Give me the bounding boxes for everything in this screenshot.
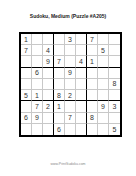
cell-r7c9: 3: [109, 101, 120, 112]
cell-r8c9: [109, 113, 120, 124]
cell-r7c2: 7: [32, 101, 43, 112]
cell-r1c1: 1: [21, 34, 32, 45]
cell-r9c1: [21, 124, 32, 135]
cell-r7c3: 2: [43, 101, 54, 112]
cell-r5c7: [87, 79, 98, 90]
cell-r8c6: [76, 113, 87, 124]
cell-r7c1: [21, 101, 32, 112]
cell-r9c5: [65, 124, 76, 135]
cell-r7c6: [76, 101, 87, 112]
cell-r4c2: 6: [32, 68, 43, 79]
cell-r7c8: 9: [98, 101, 109, 112]
cell-r3c8: [98, 56, 109, 67]
cell-r3c2: [32, 56, 43, 67]
cell-r3c7: 1: [87, 56, 98, 67]
cell-r3c4: 7: [54, 56, 65, 67]
cell-r5c9: 8: [109, 79, 120, 90]
cell-r1c6: [76, 34, 87, 45]
cell-r9c8: [98, 124, 109, 135]
cell-r3c1: [21, 56, 32, 67]
cell-r8c7: 8: [87, 113, 98, 124]
cell-r2c8: 5: [98, 45, 109, 56]
cell-r5c8: [98, 79, 109, 90]
cell-r5c2: [32, 79, 43, 90]
cell-r9c6: [76, 124, 87, 135]
cell-r2c9: [109, 45, 120, 56]
cell-r6c9: [109, 90, 120, 101]
cell-r1c4: [54, 34, 65, 45]
cell-r7c4: 1: [54, 101, 65, 112]
cell-r5c6: [76, 79, 87, 90]
cell-r3c6: 4: [76, 56, 87, 67]
cell-r8c3: [43, 113, 54, 124]
cell-r6c6: [76, 90, 87, 101]
cell-r6c1: 5: [21, 90, 32, 101]
cell-r2c7: [87, 45, 98, 56]
cell-r5c4: [54, 79, 65, 90]
cell-r2c2: [32, 45, 43, 56]
cell-r7c5: [65, 101, 76, 112]
cell-r1c5: 3: [65, 34, 76, 45]
cell-r4c1: [21, 68, 32, 79]
cell-r6c5: 2: [65, 90, 76, 101]
cell-r2c5: [65, 45, 76, 56]
cell-r9c7: [87, 124, 98, 135]
cell-r2c6: [76, 45, 87, 56]
cell-r3c3: 9: [43, 56, 54, 67]
sudoku-board: 1377459741698518272193697865: [19, 32, 122, 137]
cell-r5c1: [21, 79, 32, 90]
cell-r9c3: [43, 124, 54, 135]
cell-r4c8: [98, 68, 109, 79]
cell-r8c1: 6: [21, 113, 32, 124]
cell-r8c2: 9: [32, 113, 43, 124]
cell-r6c8: [98, 90, 109, 101]
cell-r4c6: [76, 68, 87, 79]
cell-r4c5: 9: [65, 68, 76, 79]
cell-r8c5: 7: [65, 113, 76, 124]
cell-r6c7: [87, 90, 98, 101]
cell-r6c4: 8: [54, 90, 65, 101]
cell-r1c2: [32, 34, 43, 45]
cell-r4c4: [54, 68, 65, 79]
cell-r8c4: [54, 113, 65, 124]
cell-r6c2: 1: [32, 90, 43, 101]
cell-r2c3: 4: [43, 45, 54, 56]
cell-r1c8: [98, 34, 109, 45]
cell-r2c4: [54, 45, 65, 56]
cell-r8c8: [98, 113, 109, 124]
cell-r6c3: [43, 90, 54, 101]
cell-r7c7: [87, 101, 98, 112]
cell-r5c3: [43, 79, 54, 90]
cell-r4c7: [87, 68, 98, 79]
cell-r9c9: 5: [109, 124, 120, 135]
cell-r3c5: [65, 56, 76, 67]
cell-r1c3: [43, 34, 54, 45]
page-title: Sudoku, Medium (Puzzle #A205): [0, 13, 136, 19]
cell-r1c7: 7: [87, 34, 98, 45]
cell-r3c9: [109, 56, 120, 67]
cell-r2c1: 7: [21, 45, 32, 56]
cell-r1c9: [109, 34, 120, 45]
cell-r4c3: [43, 68, 54, 79]
cell-r5c5: [65, 79, 76, 90]
cell-r9c2: [32, 124, 43, 135]
cell-r4c9: [109, 68, 120, 79]
cell-r9c4: 6: [54, 124, 65, 135]
footer-url: www.PrintSudoku.com: [0, 162, 136, 166]
